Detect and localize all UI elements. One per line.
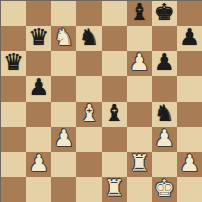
square-e3[interactable] [102,127,127,152]
piece-white-pawn[interactable]: ♟ [28,152,49,175]
piece-black-bishop[interactable]: ♝ [129,1,150,24]
square-a2[interactable] [1,152,26,177]
square-g6[interactable]: ♟ [152,51,177,76]
square-f3[interactable] [127,127,152,152]
square-e8[interactable] [102,1,127,26]
square-d5[interactable] [76,76,101,101]
square-c2[interactable] [51,152,76,177]
square-b1[interactable] [26,177,51,202]
square-e1[interactable]: ♜ [102,177,127,202]
piece-white-king[interactable]: ♚ [154,177,175,200]
piece-black-pawn[interactable]: ♟ [179,26,200,49]
square-d6[interactable] [76,51,101,76]
piece-white-rook[interactable]: ♜ [104,177,125,200]
piece-white-rook[interactable]: ♜ [129,152,150,175]
piece-black-knight[interactable]: ♞ [79,26,100,49]
square-b8[interactable] [26,1,51,26]
square-c4[interactable] [51,102,76,127]
piece-white-pawn[interactable]: ♟ [54,127,75,150]
square-g7[interactable] [152,26,177,51]
square-h3[interactable] [177,127,202,152]
square-a1[interactable] [1,177,26,202]
square-b6[interactable] [26,51,51,76]
piece-black-knight[interactable]: ♞ [154,102,175,125]
piece-black-king[interactable]: ♚ [154,1,175,24]
piece-white-pawn[interactable]: ♟ [154,127,175,150]
square-g8[interactable]: ♚ [152,1,177,26]
square-g4[interactable]: ♞ [152,102,177,127]
square-g1[interactable]: ♚ [152,177,177,202]
square-h2[interactable]: ♟ [177,152,202,177]
square-b7[interactable]: ♛ [26,26,51,51]
square-a4[interactable] [1,102,26,127]
piece-white-pawn[interactable]: ♟ [179,152,200,175]
square-d1[interactable] [76,177,101,202]
square-h8[interactable] [177,1,202,26]
square-f5[interactable] [127,76,152,101]
square-h6[interactable] [177,51,202,76]
square-c5[interactable] [51,76,76,101]
square-a5[interactable] [1,76,26,101]
square-c3[interactable]: ♟ [51,127,76,152]
square-f8[interactable]: ♝ [127,1,152,26]
piece-white-knight[interactable]: ♞ [54,26,75,49]
square-d3[interactable] [76,127,101,152]
square-b4[interactable] [26,102,51,127]
piece-white-bishop[interactable]: ♝ [79,102,100,125]
square-c8[interactable] [51,1,76,26]
chess-board: ♝♚♛♞♞♟♛♟♟♟♝♝♞♟♟♟♜♟♜♚ [0,0,202,202]
square-a8[interactable] [1,1,26,26]
square-e6[interactable] [102,51,127,76]
square-e7[interactable] [102,26,127,51]
square-f1[interactable] [127,177,152,202]
square-f2[interactable]: ♜ [127,152,152,177]
square-e4[interactable]: ♝ [102,102,127,127]
square-g2[interactable] [152,152,177,177]
square-f7[interactable] [127,26,152,51]
square-d4[interactable]: ♝ [76,102,101,127]
square-b3[interactable] [26,127,51,152]
square-d2[interactable] [76,152,101,177]
square-e5[interactable] [102,76,127,101]
square-h1[interactable] [177,177,202,202]
square-h5[interactable] [177,76,202,101]
piece-black-queen[interactable]: ♛ [28,26,49,49]
piece-black-bishop[interactable]: ♝ [104,102,125,125]
square-f4[interactable] [127,102,152,127]
square-c7[interactable]: ♞ [51,26,76,51]
piece-white-pawn[interactable]: ♟ [129,51,150,74]
piece-black-queen[interactable]: ♛ [3,51,24,74]
piece-black-pawn[interactable]: ♟ [154,51,175,74]
square-a3[interactable] [1,127,26,152]
square-b2[interactable]: ♟ [26,152,51,177]
square-g5[interactable] [152,76,177,101]
piece-black-pawn[interactable]: ♟ [28,76,49,99]
square-e2[interactable] [102,152,127,177]
square-c6[interactable] [51,51,76,76]
square-h4[interactable] [177,102,202,127]
square-a6[interactable]: ♛ [1,51,26,76]
square-c1[interactable] [51,177,76,202]
square-d7[interactable]: ♞ [76,26,101,51]
square-f6[interactable]: ♟ [127,51,152,76]
square-d8[interactable] [76,1,101,26]
square-g3[interactable]: ♟ [152,127,177,152]
square-h7[interactable]: ♟ [177,26,202,51]
square-b5[interactable]: ♟ [26,76,51,101]
square-a7[interactable] [1,26,26,51]
